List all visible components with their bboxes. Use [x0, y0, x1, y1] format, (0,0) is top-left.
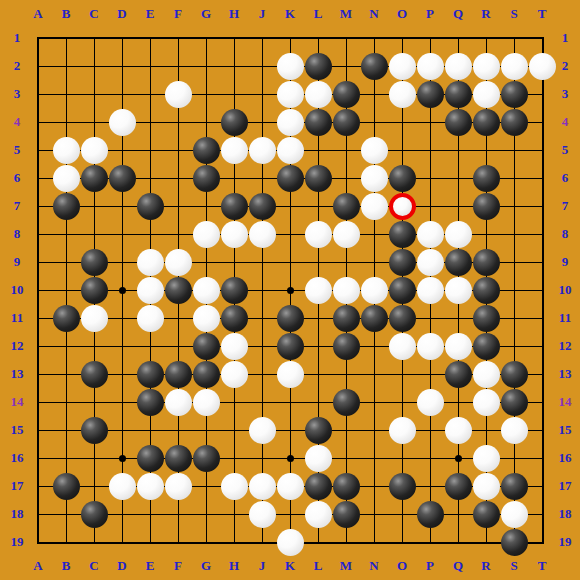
- stone-black-G13: [193, 361, 220, 388]
- stone-black-R4: [473, 109, 500, 136]
- stone-black-S17: [501, 473, 528, 500]
- stone-black-G12: [193, 333, 220, 360]
- col-label-top-N: N: [365, 6, 383, 22]
- stone-black-D6: [109, 165, 136, 192]
- stone-white-P14: [417, 389, 444, 416]
- stone-white-R2: [473, 53, 500, 80]
- col-label-bottom-J: J: [253, 558, 271, 574]
- stone-white-H12: [221, 333, 248, 360]
- stone-white-K2: [277, 53, 304, 80]
- stone-white-G14: [193, 389, 220, 416]
- stone-black-S3: [501, 81, 528, 108]
- col-label-top-A: A: [29, 6, 47, 22]
- stone-white-R13: [473, 361, 500, 388]
- stone-white-O12: [389, 333, 416, 360]
- col-label-top-C: C: [85, 6, 103, 22]
- col-label-top-T: T: [533, 6, 551, 22]
- stone-black-O10: [389, 277, 416, 304]
- go-board[interactable]: AABBCCDDEEFFGGHHJJKKLLMMNNOOPPQQRRSSTT11…: [0, 0, 580, 580]
- col-label-bottom-B: B: [57, 558, 75, 574]
- stone-black-L17: [305, 473, 332, 500]
- col-label-bottom-Q: Q: [449, 558, 467, 574]
- col-label-bottom-S: S: [505, 558, 523, 574]
- col-label-top-D: D: [113, 6, 131, 22]
- col-label-top-Q: Q: [449, 6, 467, 22]
- stone-black-R18: [473, 501, 500, 528]
- stone-black-P18: [417, 501, 444, 528]
- col-label-bottom-R: R: [477, 558, 495, 574]
- col-label-bottom-C: C: [85, 558, 103, 574]
- stone-white-O2: [389, 53, 416, 80]
- stone-white-B5: [53, 137, 80, 164]
- stone-white-P10: [417, 277, 444, 304]
- col-label-bottom-H: H: [225, 558, 243, 574]
- stone-black-K6: [277, 165, 304, 192]
- stone-white-G10: [193, 277, 220, 304]
- stone-white-T2: [529, 53, 556, 80]
- stone-white-S15: [501, 417, 528, 444]
- stone-white-R3: [473, 81, 500, 108]
- stone-white-H13: [221, 361, 248, 388]
- stone-black-N11: [361, 305, 388, 332]
- stone-white-Q12: [445, 333, 472, 360]
- stone-black-S19: [501, 529, 528, 556]
- stone-white-E11: [137, 305, 164, 332]
- stone-black-L15: [305, 417, 332, 444]
- stone-white-H5: [221, 137, 248, 164]
- stone-black-N2: [361, 53, 388, 80]
- stone-white-Q2: [445, 53, 472, 80]
- col-label-bottom-F: F: [169, 558, 187, 574]
- stone-black-C6: [81, 165, 108, 192]
- stone-white-B6: [53, 165, 80, 192]
- stone-black-O17: [389, 473, 416, 500]
- stone-white-P2: [417, 53, 444, 80]
- stone-black-E14: [137, 389, 164, 416]
- col-label-bottom-M: M: [337, 558, 355, 574]
- stone-white-R17: [473, 473, 500, 500]
- stone-white-S18: [501, 501, 528, 528]
- stone-white-L8: [305, 221, 332, 248]
- stone-white-L10: [305, 277, 332, 304]
- stone-white-J8: [249, 221, 276, 248]
- col-label-bottom-E: E: [141, 558, 159, 574]
- stone-black-M3: [333, 81, 360, 108]
- stone-white-F9: [165, 249, 192, 276]
- stone-white-E10: [137, 277, 164, 304]
- col-label-bottom-N: N: [365, 558, 383, 574]
- stone-black-G5: [193, 137, 220, 164]
- col-label-bottom-T: T: [533, 558, 551, 574]
- col-label-bottom-A: A: [29, 558, 47, 574]
- col-label-top-B: B: [57, 6, 75, 22]
- stone-white-K19: [277, 529, 304, 556]
- stone-black-B17: [53, 473, 80, 500]
- stone-white-Q8: [445, 221, 472, 248]
- stone-black-O9: [389, 249, 416, 276]
- col-label-bottom-G: G: [197, 558, 215, 574]
- stone-black-O6: [389, 165, 416, 192]
- stone-black-Q9: [445, 249, 472, 276]
- stone-black-E13: [137, 361, 164, 388]
- col-label-top-S: S: [505, 6, 523, 22]
- stone-white-Q10: [445, 277, 472, 304]
- stone-black-R11: [473, 305, 500, 332]
- stone-white-M8: [333, 221, 360, 248]
- stone-white-L16: [305, 445, 332, 472]
- stone-black-H4: [221, 109, 248, 136]
- stone-white-C11: [81, 305, 108, 332]
- stone-black-R9: [473, 249, 500, 276]
- col-label-top-R: R: [477, 6, 495, 22]
- stone-black-F13: [165, 361, 192, 388]
- stone-black-G6: [193, 165, 220, 192]
- stone-white-P12: [417, 333, 444, 360]
- stone-black-J7: [249, 193, 276, 220]
- stone-black-F16: [165, 445, 192, 472]
- stone-black-O11: [389, 305, 416, 332]
- stone-black-C13: [81, 361, 108, 388]
- stone-black-S14: [501, 389, 528, 416]
- col-label-top-P: P: [421, 6, 439, 22]
- col-label-top-E: E: [141, 6, 159, 22]
- stone-white-F3: [165, 81, 192, 108]
- stone-white-N10: [361, 277, 388, 304]
- stone-black-L2: [305, 53, 332, 80]
- stone-black-Q4: [445, 109, 472, 136]
- stone-black-S4: [501, 109, 528, 136]
- stone-black-E7: [137, 193, 164, 220]
- stones-layer: [24, 24, 556, 556]
- col-label-bottom-L: L: [309, 558, 327, 574]
- stone-white-K4: [277, 109, 304, 136]
- stone-white-G11: [193, 305, 220, 332]
- col-label-bottom-D: D: [113, 558, 131, 574]
- stone-white-G8: [193, 221, 220, 248]
- stone-black-C10: [81, 277, 108, 304]
- col-label-top-O: O: [393, 6, 411, 22]
- stone-black-R12: [473, 333, 500, 360]
- stone-white-O15: [389, 417, 416, 444]
- col-label-top-K: K: [281, 6, 299, 22]
- stone-black-Q3: [445, 81, 472, 108]
- stone-white-D17: [109, 473, 136, 500]
- stone-white-K3: [277, 81, 304, 108]
- stone-white-P8: [417, 221, 444, 248]
- stone-white-N5: [361, 137, 388, 164]
- stone-white-O7-last-move: [389, 193, 416, 220]
- stone-white-C5: [81, 137, 108, 164]
- stone-black-Q13: [445, 361, 472, 388]
- stone-white-N7: [361, 193, 388, 220]
- stone-white-P9: [417, 249, 444, 276]
- stone-black-C18: [81, 501, 108, 528]
- col-label-bottom-O: O: [393, 558, 411, 574]
- stone-black-B11: [53, 305, 80, 332]
- stone-white-J15: [249, 417, 276, 444]
- stone-white-R14: [473, 389, 500, 416]
- stone-white-E9: [137, 249, 164, 276]
- stone-white-J5: [249, 137, 276, 164]
- stone-white-D4: [109, 109, 136, 136]
- stone-white-R16: [473, 445, 500, 472]
- stone-white-F17: [165, 473, 192, 500]
- stone-white-E17: [137, 473, 164, 500]
- stone-black-H10: [221, 277, 248, 304]
- stone-white-H8: [221, 221, 248, 248]
- stone-black-P3: [417, 81, 444, 108]
- stone-black-K11: [277, 305, 304, 332]
- col-label-top-L: L: [309, 6, 327, 22]
- col-label-top-J: J: [253, 6, 271, 22]
- stone-white-M10: [333, 277, 360, 304]
- stone-black-B7: [53, 193, 80, 220]
- stone-black-R10: [473, 277, 500, 304]
- stone-black-G16: [193, 445, 220, 472]
- stone-white-K13: [277, 361, 304, 388]
- stone-white-L3: [305, 81, 332, 108]
- col-label-top-M: M: [337, 6, 355, 22]
- stone-black-M12: [333, 333, 360, 360]
- stone-black-C15: [81, 417, 108, 444]
- stone-black-M4: [333, 109, 360, 136]
- stone-black-M11: [333, 305, 360, 332]
- stone-white-H17: [221, 473, 248, 500]
- stone-black-S13: [501, 361, 528, 388]
- stone-black-M14: [333, 389, 360, 416]
- col-label-top-H: H: [225, 6, 243, 22]
- stone-black-K12: [277, 333, 304, 360]
- stone-white-O3: [389, 81, 416, 108]
- col-label-bottom-K: K: [281, 558, 299, 574]
- stone-black-E16: [137, 445, 164, 472]
- stone-black-L6: [305, 165, 332, 192]
- stone-black-L4: [305, 109, 332, 136]
- col-label-bottom-P: P: [421, 558, 439, 574]
- stone-white-J17: [249, 473, 276, 500]
- stone-black-H7: [221, 193, 248, 220]
- stone-white-K5: [277, 137, 304, 164]
- stone-black-H11: [221, 305, 248, 332]
- stone-white-Q15: [445, 417, 472, 444]
- stone-black-F10: [165, 277, 192, 304]
- stone-black-M18: [333, 501, 360, 528]
- col-label-top-G: G: [197, 6, 215, 22]
- stone-black-R7: [473, 193, 500, 220]
- stone-white-J18: [249, 501, 276, 528]
- col-label-top-F: F: [169, 6, 187, 22]
- stone-white-S2: [501, 53, 528, 80]
- stone-black-Q17: [445, 473, 472, 500]
- stone-black-C9: [81, 249, 108, 276]
- stone-white-F14: [165, 389, 192, 416]
- stone-black-O8: [389, 221, 416, 248]
- stone-white-K17: [277, 473, 304, 500]
- stone-black-R6: [473, 165, 500, 192]
- stone-black-M17: [333, 473, 360, 500]
- stone-white-N6: [361, 165, 388, 192]
- stone-black-M7: [333, 193, 360, 220]
- stone-white-L18: [305, 501, 332, 528]
